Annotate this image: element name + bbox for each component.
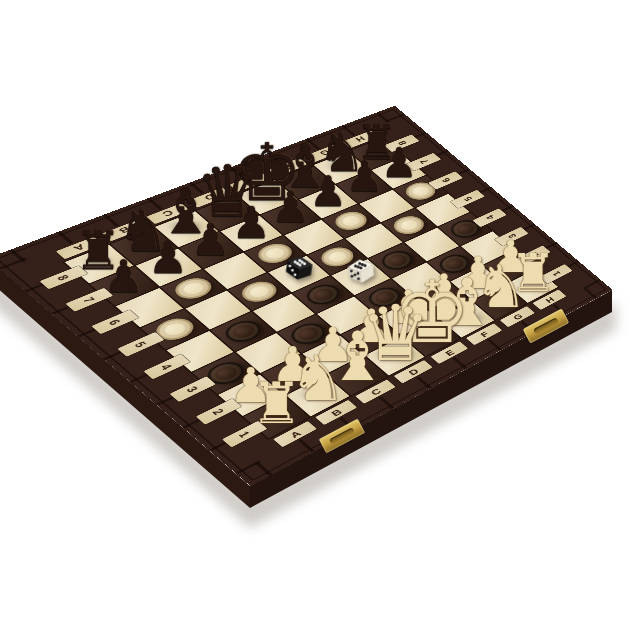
rank-label-right-2-text: 2 xyxy=(517,245,551,264)
rank-label-right-5-text: 5 xyxy=(450,190,484,209)
rank-label-left-1-text: 1 xyxy=(222,421,267,448)
rank-label-right-4-text: 4 xyxy=(472,208,506,227)
rank-label-right-1-text: 1 xyxy=(539,264,572,284)
chess-set-photo: AA88BB77CC66DD55EE44FF33GG22HH11 ♜♞♝♛♚♝♞… xyxy=(0,0,630,630)
rank-label-right-3-text: 3 xyxy=(495,227,529,246)
rank-label-right-8-text: 8 xyxy=(384,134,419,152)
rank-label-right-6-text: 6 xyxy=(428,171,463,189)
rank-label-right-7-text: 7 xyxy=(406,153,441,171)
